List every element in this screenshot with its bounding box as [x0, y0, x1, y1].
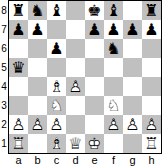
white-queen-outline: ♕ — [66, 134, 85, 153]
file-label-f: f — [104, 154, 123, 167]
rank-label-5: 5 — [0, 58, 8, 77]
white-king-outline: ♔ — [85, 134, 104, 153]
white-pawn-outline: ♙ — [9, 115, 28, 134]
white-bishop-outline: ♗ — [47, 134, 66, 153]
square-g6[interactable] — [123, 39, 142, 58]
rank-label-8: 8 — [0, 1, 8, 20]
white-queen: ♛ — [66, 134, 85, 153]
square-d1[interactable]: ♛♕ — [66, 134, 85, 153]
square-e4[interactable] — [85, 77, 104, 96]
black-knight: ♞ — [104, 39, 123, 58]
square-b7[interactable]: ♟ — [28, 20, 47, 39]
square-e1[interactable]: ♚♔ — [85, 134, 104, 153]
white-bishop: ♝ — [47, 77, 66, 96]
square-a2[interactable]: ♟♙ — [9, 115, 28, 134]
square-e7[interactable]: ♟ — [85, 20, 104, 39]
white-rook-outline: ♖ — [142, 134, 161, 153]
white-bishop-outline: ♗ — [47, 77, 66, 96]
file-label-g: g — [123, 154, 142, 167]
square-d4[interactable]: ♟♙ — [66, 77, 85, 96]
square-e6[interactable] — [85, 39, 104, 58]
black-pawn: ♟ — [9, 20, 28, 39]
square-f5[interactable] — [104, 58, 123, 77]
square-h8[interactable]: ♜ — [142, 1, 161, 20]
square-c2[interactable]: ♟♙ — [47, 115, 66, 134]
square-c6[interactable]: ♟ — [47, 39, 66, 58]
square-g5[interactable] — [123, 58, 142, 77]
black-knight: ♞ — [28, 1, 47, 20]
board: ♜♞♝♚♝♜♟♟♟♟♟♟♟♞♛♝♗♟♙♞♘♞♘♟♙♟♙♟♙♟♙♟♙♟♙♜♖♝♗♛… — [8, 0, 162, 154]
square-c8[interactable]: ♝ — [47, 1, 66, 20]
square-d6[interactable] — [66, 39, 85, 58]
square-d7[interactable] — [66, 20, 85, 39]
square-g3[interactable] — [123, 96, 142, 115]
square-e8[interactable]: ♚ — [85, 1, 104, 20]
rank-label-2: 2 — [0, 115, 8, 134]
square-f8[interactable]: ♝ — [104, 1, 123, 20]
file-labels: abcdefgh — [9, 154, 162, 167]
square-g1[interactable] — [123, 134, 142, 153]
white-rook: ♜ — [9, 134, 28, 153]
white-rook-outline: ♖ — [9, 134, 28, 153]
black-queen: ♛ — [9, 58, 28, 77]
white-pawn-outline: ♙ — [28, 115, 47, 134]
rank-label-6: 6 — [0, 39, 8, 58]
chess-diagram: 87654321 ♜♞♝♚♝♜♟♟♟♟♟♟♟♞♛♝♗♟♙♞♘♞♘♟♙♟♙♟♙♟♙… — [0, 0, 162, 167]
white-rook: ♜ — [142, 134, 161, 153]
square-h6[interactable] — [142, 39, 161, 58]
square-d3[interactable] — [66, 96, 85, 115]
square-a3[interactable] — [9, 96, 28, 115]
square-b3[interactable] — [28, 96, 47, 115]
white-pawn-outline: ♙ — [142, 115, 161, 134]
white-pawn-outline: ♙ — [123, 115, 142, 134]
white-king: ♚ — [85, 134, 104, 153]
square-b4[interactable] — [28, 77, 47, 96]
white-pawn-outline: ♙ — [104, 115, 123, 134]
square-f3[interactable]: ♞♘ — [104, 96, 123, 115]
black-pawn: ♟ — [47, 39, 66, 58]
square-a6[interactable] — [9, 39, 28, 58]
square-c1[interactable]: ♝♗ — [47, 134, 66, 153]
square-f4[interactable] — [104, 77, 123, 96]
black-king: ♚ — [85, 1, 104, 20]
square-c4[interactable]: ♝♗ — [47, 77, 66, 96]
square-c7[interactable] — [47, 20, 66, 39]
white-bishop: ♝ — [47, 134, 66, 153]
square-a7[interactable]: ♟ — [9, 20, 28, 39]
square-f2[interactable]: ♟♙ — [104, 115, 123, 134]
square-g7[interactable]: ♟ — [123, 20, 142, 39]
file-label-a: a — [9, 154, 28, 167]
square-a5[interactable]: ♛ — [9, 58, 28, 77]
square-e5[interactable] — [85, 58, 104, 77]
rank-label-7: 7 — [0, 20, 8, 39]
square-d2[interactable] — [66, 115, 85, 134]
rank-label-3: 3 — [0, 96, 8, 115]
square-a1[interactable]: ♜♖ — [9, 134, 28, 153]
square-f1[interactable] — [104, 134, 123, 153]
rank-label-1: 1 — [0, 134, 8, 153]
square-f6[interactable]: ♞ — [104, 39, 123, 58]
square-a4[interactable] — [9, 77, 28, 96]
square-g2[interactable]: ♟♙ — [123, 115, 142, 134]
rank-label-4: 4 — [0, 77, 8, 96]
rank-labels: 87654321 — [0, 0, 8, 154]
square-f7[interactable]: ♟ — [104, 20, 123, 39]
square-d8[interactable] — [66, 1, 85, 20]
square-c3[interactable]: ♞♘ — [47, 96, 66, 115]
file-label-b: b — [28, 154, 47, 167]
white-knight: ♞ — [104, 96, 123, 115]
square-h3[interactable] — [142, 96, 161, 115]
square-h1[interactable]: ♜♖ — [142, 134, 161, 153]
black-pawn: ♟ — [28, 20, 47, 39]
square-b8[interactable]: ♞ — [28, 1, 47, 20]
white-pawn: ♟ — [9, 115, 28, 134]
black-pawn: ♟ — [104, 20, 123, 39]
square-g4[interactable] — [123, 77, 142, 96]
square-e2[interactable] — [85, 115, 104, 134]
file-label-h: h — [142, 154, 161, 167]
black-rook: ♜ — [142, 1, 161, 20]
file-label-c: c — [47, 154, 66, 167]
white-pawn-outline: ♙ — [47, 115, 66, 134]
white-pawn: ♟ — [47, 115, 66, 134]
white-pawn: ♟ — [123, 115, 142, 134]
white-pawn-outline: ♙ — [66, 77, 85, 96]
square-e3[interactable] — [85, 96, 104, 115]
white-pawn: ♟ — [104, 115, 123, 134]
square-d5[interactable] — [66, 58, 85, 77]
square-c5[interactable] — [47, 58, 66, 77]
square-a8[interactable]: ♜ — [9, 1, 28, 20]
black-pawn: ♟ — [142, 20, 161, 39]
file-label-d: d — [66, 154, 85, 167]
black-pawn: ♟ — [123, 20, 142, 39]
white-pawn: ♟ — [142, 115, 161, 134]
square-b1[interactable] — [28, 134, 47, 153]
square-h2[interactable]: ♟♙ — [142, 115, 161, 134]
square-h7[interactable]: ♟ — [142, 20, 161, 39]
square-b6[interactable] — [28, 39, 47, 58]
square-h5[interactable] — [142, 58, 161, 77]
white-knight: ♞ — [47, 96, 66, 115]
black-rook: ♜ — [9, 1, 28, 20]
black-bishop: ♝ — [47, 1, 66, 20]
white-pawn: ♟ — [28, 115, 47, 134]
square-b5[interactable] — [28, 58, 47, 77]
file-label-e: e — [85, 154, 104, 167]
white-knight-outline: ♘ — [104, 96, 123, 115]
square-b2[interactable]: ♟♙ — [28, 115, 47, 134]
square-g8[interactable] — [123, 1, 142, 20]
square-h4[interactable] — [142, 77, 161, 96]
white-pawn: ♟ — [66, 77, 85, 96]
black-bishop: ♝ — [104, 1, 123, 20]
black-pawn: ♟ — [85, 20, 104, 39]
white-knight-outline: ♘ — [47, 96, 66, 115]
